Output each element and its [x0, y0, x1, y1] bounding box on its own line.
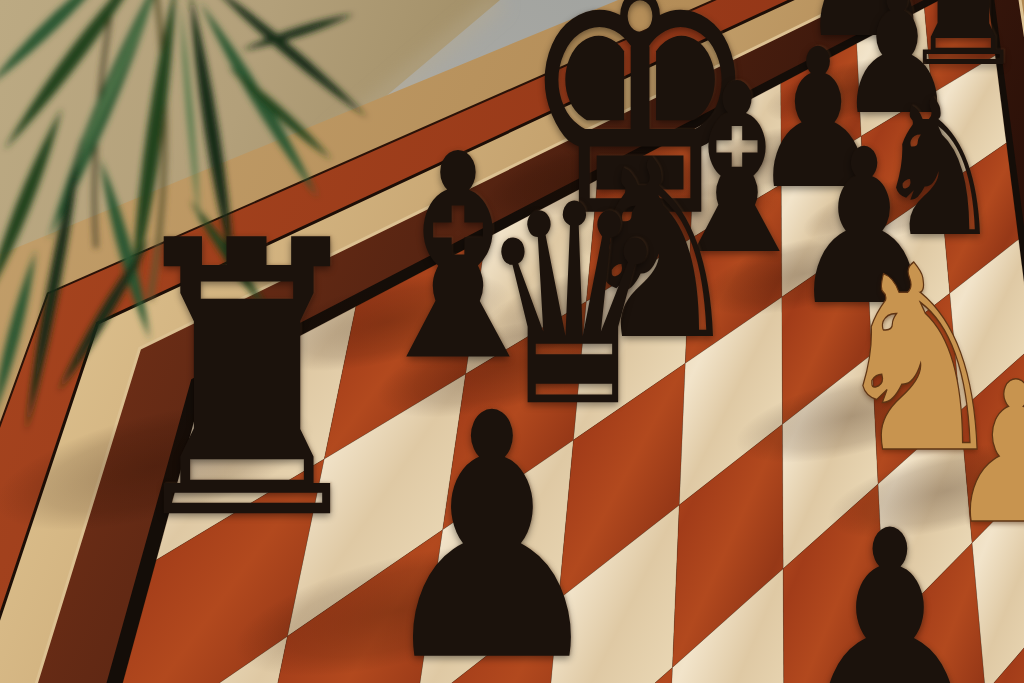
piece-black-pawn-c6[interactable]: ♟ — [374, 370, 610, 683]
piece-black-rook-a8[interactable]: ♜ — [114, 192, 379, 571]
piece-black-pawn-g3[interactable]: ♟ — [792, 494, 988, 683]
chessboard-photo-scene: ♜♝♚♟♜♛♞♝♟♞♟♟♞♟♟♟ — [0, 0, 1024, 683]
